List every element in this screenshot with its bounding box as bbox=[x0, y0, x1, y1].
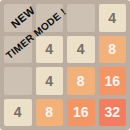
tile-r2c2: 4 bbox=[36, 36, 64, 64]
tile-r3c4: 16 bbox=[99, 67, 127, 95]
tile-r4c1: 4 bbox=[4, 99, 32, 127]
tile-r4c4: 32 bbox=[99, 99, 127, 127]
game-screen: 4 4 4 8 4 8 16 4 8 16 32 NEW TIMER MODE … bbox=[0, 0, 130, 130]
tile-r1c2 bbox=[36, 4, 64, 32]
tile-r1c4: 4 bbox=[99, 4, 127, 32]
tile-r3c1 bbox=[4, 67, 32, 95]
tile-r3c3: 8 bbox=[67, 67, 95, 95]
tile-r2c4: 8 bbox=[99, 36, 127, 64]
2048-board[interactable]: 4 4 4 8 4 8 16 4 8 16 32 bbox=[0, 0, 130, 130]
tile-r1c1 bbox=[4, 4, 32, 32]
tile-r4c2: 8 bbox=[36, 99, 64, 127]
tile-r1c3 bbox=[67, 4, 95, 32]
tile-r3c2: 4 bbox=[36, 67, 64, 95]
tile-r2c1 bbox=[4, 36, 32, 64]
tile-r2c3: 4 bbox=[67, 36, 95, 64]
tile-r4c3: 16 bbox=[67, 99, 95, 127]
